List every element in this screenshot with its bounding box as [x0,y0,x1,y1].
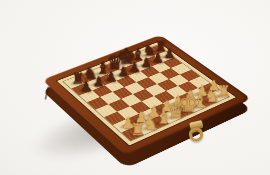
chess-set-photo: ♜♞♝♛♚♝♞♜♟♟♟♟♟♟♟♟♟♟♟♟♟♟♟♟♜♞♝♛♚♝♞♜ [0,0,270,175]
square-a7[interactable]: ♟ [71,83,91,95]
clasp-loop [188,126,205,143]
folding-chess-case: ♜♞♝♛♚♝♞♜♟♟♟♟♟♟♟♟♟♟♟♟♟♟♟♟♜♞♝♛♚♝♞♜ [42,35,252,157]
piece-white-rook-a1[interactable]: ♜ [125,122,151,138]
rosewood-frame: ♜♞♝♛♚♝♞♜♟♟♟♟♟♟♟♟♟♟♟♟♟♟♟♟♜♞♝♛♚♝♞♜ [42,35,252,157]
scene: ♜♞♝♛♚♝♞♜♟♟♟♟♟♟♟♟♟♟♟♟♟♟♟♟♜♞♝♛♚♝♞♜ [0,0,270,175]
piece-black-pawn-a7[interactable]: ♟ [74,79,98,93]
square-a1[interactable]: ♜ [122,127,144,141]
